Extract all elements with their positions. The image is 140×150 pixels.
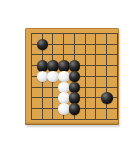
go-board[interactable] xyxy=(25,28,119,125)
screenshot-background xyxy=(0,0,140,150)
black-stone xyxy=(101,92,113,104)
black-stone xyxy=(69,103,81,115)
white-stone xyxy=(58,103,70,115)
black-stone xyxy=(69,71,81,83)
black-stone xyxy=(69,60,81,72)
black-stone xyxy=(58,60,70,72)
white-stone xyxy=(58,71,70,83)
stones-layer xyxy=(26,28,123,125)
black-stone xyxy=(37,39,49,51)
